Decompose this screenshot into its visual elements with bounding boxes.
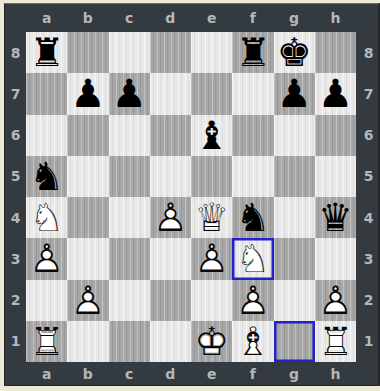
square-d1[interactable] [150,321,191,362]
square-f2[interactable]: ♟♙ [232,280,273,321]
square-a2[interactable] [26,280,67,321]
piece-white-bishop: ♝♗ [232,321,273,362]
rank-label-4-left: 4 [5,197,26,238]
piece-black-pawn: ♟ [274,73,315,114]
piece-white-pawn: ♟♙ [150,197,191,238]
piece-white-king: ♚♔ [191,321,232,362]
file-label-g-top: g [274,4,315,32]
square-h7[interactable]: ♟ [315,73,356,114]
rank-label-7-left: 7 [5,73,26,114]
piece-black-rook: ♜ [232,32,273,73]
square-f3[interactable]: ♞♘ [232,238,273,279]
square-d7[interactable] [150,73,191,114]
square-b1[interactable] [67,321,108,362]
piece-black-king: ♚ [274,32,315,73]
rank-label-3-right: 3 [356,238,380,279]
square-b7[interactable]: ♟ [67,73,108,114]
rank-label-8-right: 8 [356,32,380,73]
square-f8[interactable]: ♜ [232,32,273,73]
piece-black-bishop: ♝ [191,115,232,156]
square-f1[interactable]: ♝♗ [232,321,273,362]
square-c7[interactable]: ♟ [109,73,150,114]
rank-label-4-right: 4 [356,197,380,238]
file-label-f-top: f [232,4,273,32]
rank-labels-left: 87654321 [5,32,26,362]
piece-black-pawn: ♟ [109,73,150,114]
square-f5[interactable] [232,156,273,197]
square-b6[interactable] [67,115,108,156]
file-label-f-bottom: f [232,362,273,386]
file-label-b-bottom: b [67,362,108,386]
square-d6[interactable] [150,115,191,156]
rank-label-2-left: 2 [5,280,26,321]
square-c4[interactable] [109,197,150,238]
square-g8[interactable]: ♚ [274,32,315,73]
square-d8[interactable] [150,32,191,73]
piece-white-knight: ♞♘ [232,238,273,279]
piece-white-knight: ♞♘ [26,197,67,238]
file-label-g-bottom: g [274,362,315,386]
square-a6[interactable] [26,115,67,156]
file-labels-top: abcdefgh [26,4,356,32]
piece-white-pawn: ♟♙ [315,280,356,321]
square-b2[interactable]: ♟♙ [67,280,108,321]
piece-white-queen: ♛♕ [191,197,232,238]
rank-label-2-right: 2 [356,280,380,321]
piece-black-rook: ♜ [26,32,67,73]
file-label-b-top: b [67,4,108,32]
square-c3[interactable] [109,238,150,279]
square-h1[interactable]: ♜♖ [315,321,356,362]
square-g6[interactable] [274,115,315,156]
piece-white-pawn: ♟♙ [26,238,67,279]
square-h2[interactable]: ♟♙ [315,280,356,321]
square-d3[interactable] [150,238,191,279]
square-h3[interactable] [315,238,356,279]
file-label-d-bottom: d [150,362,191,386]
square-e7[interactable] [191,73,232,114]
square-b4[interactable] [67,197,108,238]
square-h6[interactable] [315,115,356,156]
square-g2[interactable] [274,280,315,321]
rank-labels-right: 87654321 [356,32,380,362]
square-e8[interactable] [191,32,232,73]
rank-label-1-right: 1 [356,321,380,362]
file-label-e-bottom: e [191,362,232,386]
rank-label-6-left: 6 [5,115,26,156]
file-label-c-top: c [109,4,150,32]
chess-app-window: { "game": "chess", "position": { "fen": … [0,0,380,391]
file-label-a-top: a [26,4,67,32]
rank-label-3-left: 3 [5,238,26,279]
square-a1[interactable]: ♜♖ [26,321,67,362]
piece-white-rook: ♜♖ [315,321,356,362]
square-h5[interactable] [315,156,356,197]
square-c6[interactable] [109,115,150,156]
square-b5[interactable] [67,156,108,197]
square-b3[interactable] [67,238,108,279]
square-a3[interactable]: ♟♙ [26,238,67,279]
square-g4[interactable] [274,197,315,238]
square-e6[interactable]: ♝ [191,115,232,156]
square-g1[interactable] [274,321,315,362]
file-label-d-top: d [150,4,191,32]
rank-label-5-right: 5 [356,156,380,197]
square-a4[interactable]: ♞♘ [26,197,67,238]
square-d5[interactable] [150,156,191,197]
file-label-e-top: e [191,4,232,32]
square-a8[interactable]: ♜ [26,32,67,73]
piece-black-knight: ♞ [232,197,273,238]
file-label-c-bottom: c [109,362,150,386]
file-label-h-top: h [315,4,356,32]
square-e2[interactable] [191,280,232,321]
piece-white-pawn: ♟♙ [191,238,232,279]
square-e3[interactable]: ♟♙ [191,238,232,279]
square-c1[interactable] [109,321,150,362]
square-h4[interactable]: ♛ [315,197,356,238]
file-label-a-bottom: a [26,362,67,386]
square-g3[interactable] [274,238,315,279]
square-f4[interactable]: ♞ [232,197,273,238]
square-d2[interactable] [150,280,191,321]
piece-white-pawn: ♟♙ [232,280,273,321]
square-e1[interactable]: ♚♔ [191,321,232,362]
file-label-h-bottom: h [315,362,356,386]
square-c8[interactable] [109,32,150,73]
square-h8[interactable] [315,32,356,73]
square-b8[interactable] [67,32,108,73]
square-e4[interactable]: ♛♕ [191,197,232,238]
square-a7[interactable] [26,73,67,114]
rank-label-8-left: 8 [5,32,26,73]
square-g5[interactable] [274,156,315,197]
chess-board: ♜♜♚♟♟♟♟♝♞♞♘♟♙♛♕♞♛♟♙♟♙♞♘♟♙♟♙♟♙♜♖♚♔♝♗♜♖ [26,32,356,362]
square-c2[interactable] [109,280,150,321]
piece-white-rook: ♜♖ [26,321,67,362]
rank-label-7-right: 7 [356,73,380,114]
piece-black-pawn: ♟ [315,73,356,114]
piece-black-pawn: ♟ [67,73,108,114]
square-f6[interactable] [232,115,273,156]
square-d4[interactable]: ♟♙ [150,197,191,238]
file-labels-bottom: abcdefgh [26,362,356,386]
rank-label-1-left: 1 [5,321,26,362]
square-c5[interactable] [109,156,150,197]
square-e5[interactable] [191,156,232,197]
board-frame: abcdefgh abcdefgh 87654321 87654321 ♜♜♚♟… [4,3,380,386]
square-g7[interactable]: ♟ [274,73,315,114]
square-a5[interactable]: ♞ [26,156,67,197]
piece-black-queen: ♛ [315,197,356,238]
piece-white-pawn: ♟♙ [67,280,108,321]
rank-label-6-right: 6 [356,115,380,156]
rank-label-5-left: 5 [5,156,26,197]
square-f7[interactable] [232,73,273,114]
piece-black-knight: ♞ [26,156,67,197]
